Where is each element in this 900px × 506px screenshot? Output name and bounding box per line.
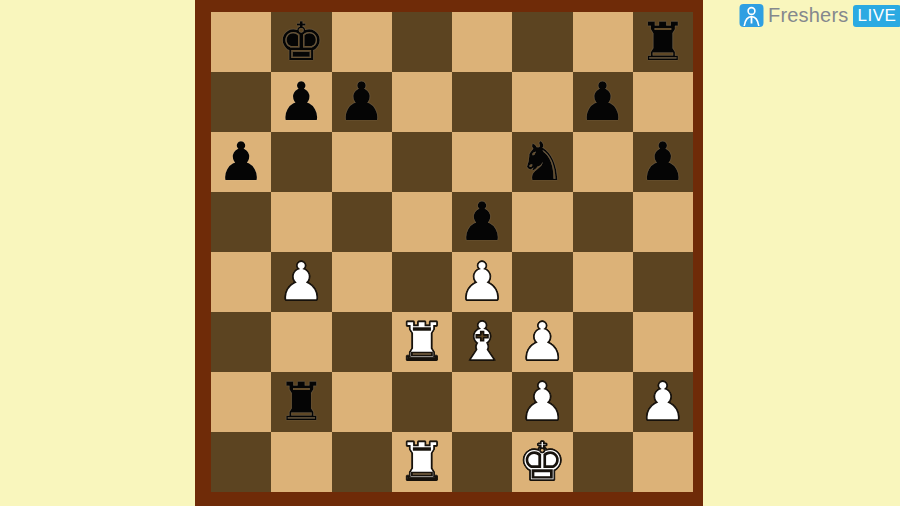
square-c5[interactable] <box>332 192 392 252</box>
square-f8[interactable] <box>512 12 572 72</box>
square-b4[interactable]: ♟ <box>271 252 331 312</box>
square-g5[interactable] <box>573 192 633 252</box>
black-king[interactable]: ♚ <box>278 12 326 72</box>
square-b5[interactable] <box>271 192 331 252</box>
square-b6[interactable] <box>271 132 331 192</box>
square-a4[interactable] <box>211 252 271 312</box>
white-pawn[interactable]: ♟ <box>519 312 567 372</box>
square-c2[interactable] <box>332 372 392 432</box>
square-b8[interactable]: ♚ <box>271 12 331 72</box>
square-b1[interactable] <box>271 432 331 492</box>
square-c7[interactable]: ♟ <box>332 72 392 132</box>
white-pawn[interactable]: ♟ <box>519 372 567 432</box>
square-a1[interactable] <box>211 432 271 492</box>
square-c3[interactable] <box>332 312 392 372</box>
square-h6[interactable]: ♟ <box>633 132 693 192</box>
square-b2[interactable]: ♜ <box>271 372 331 432</box>
square-c1[interactable] <box>332 432 392 492</box>
square-e3[interactable]: ♝ <box>452 312 512 372</box>
square-g6[interactable] <box>573 132 633 192</box>
square-g4[interactable] <box>573 252 633 312</box>
square-g2[interactable] <box>573 372 633 432</box>
square-g3[interactable] <box>573 312 633 372</box>
square-h4[interactable] <box>633 252 693 312</box>
square-e4[interactable]: ♟ <box>452 252 512 312</box>
square-a2[interactable] <box>211 372 271 432</box>
square-f3[interactable]: ♟ <box>512 312 572 372</box>
black-pawn[interactable]: ♟ <box>338 72 386 132</box>
logo-live-badge: LIVE <box>853 5 900 27</box>
square-b7[interactable]: ♟ <box>271 72 331 132</box>
white-pawn[interactable]: ♟ <box>278 252 326 312</box>
black-pawn[interactable]: ♟ <box>458 192 506 252</box>
white-bishop[interactable]: ♝ <box>458 312 506 372</box>
white-king[interactable]: ♚ <box>519 432 567 492</box>
white-pawn[interactable]: ♟ <box>458 252 506 312</box>
freshers-person-icon <box>739 3 764 28</box>
square-c8[interactable] <box>332 12 392 72</box>
square-f7[interactable] <box>512 72 572 132</box>
black-pawn[interactable]: ♟ <box>278 72 326 132</box>
square-f5[interactable] <box>512 192 572 252</box>
square-g8[interactable] <box>573 12 633 72</box>
freshers-live-logo: Freshers LIVE <box>739 3 900 28</box>
square-e7[interactable] <box>452 72 512 132</box>
square-e5[interactable]: ♟ <box>452 192 512 252</box>
square-a3[interactable] <box>211 312 271 372</box>
square-h2[interactable]: ♟ <box>633 372 693 432</box>
black-rook[interactable]: ♜ <box>639 12 687 72</box>
square-a8[interactable] <box>211 12 271 72</box>
logo-brand-text: Freshers <box>768 3 849 28</box>
square-a5[interactable] <box>211 192 271 252</box>
square-g7[interactable]: ♟ <box>573 72 633 132</box>
square-h5[interactable] <box>633 192 693 252</box>
square-d8[interactable] <box>392 12 452 72</box>
square-d1[interactable]: ♜ <box>392 432 452 492</box>
square-e8[interactable] <box>452 12 512 72</box>
square-d4[interactable] <box>392 252 452 312</box>
square-a6[interactable]: ♟ <box>211 132 271 192</box>
square-g1[interactable] <box>573 432 633 492</box>
black-pawn[interactable]: ♟ <box>579 72 627 132</box>
square-h8[interactable]: ♜ <box>633 12 693 72</box>
black-pawn[interactable]: ♟ <box>639 132 687 192</box>
square-f1[interactable]: ♚ <box>512 432 572 492</box>
square-e6[interactable] <box>452 132 512 192</box>
square-d6[interactable] <box>392 132 452 192</box>
square-e2[interactable] <box>452 372 512 432</box>
black-knight[interactable]: ♞ <box>519 132 567 192</box>
square-d7[interactable] <box>392 72 452 132</box>
square-b3[interactable] <box>271 312 331 372</box>
white-rook[interactable]: ♜ <box>398 432 446 492</box>
white-pawn[interactable]: ♟ <box>639 372 687 432</box>
chess-board: ♚♜♟♟♟♟♞♟♟♟♟♜♝♟♜♟♟♜♚ <box>211 12 693 492</box>
square-c6[interactable] <box>332 132 392 192</box>
square-h3[interactable] <box>633 312 693 372</box>
square-f6[interactable]: ♞ <box>512 132 572 192</box>
square-e1[interactable] <box>452 432 512 492</box>
square-d3[interactable]: ♜ <box>392 312 452 372</box>
square-c4[interactable] <box>332 252 392 312</box>
square-h7[interactable] <box>633 72 693 132</box>
square-f2[interactable]: ♟ <box>512 372 572 432</box>
white-rook[interactable]: ♜ <box>398 312 446 372</box>
square-f4[interactable] <box>512 252 572 312</box>
black-rook[interactable]: ♜ <box>278 372 326 432</box>
square-d2[interactable] <box>392 372 452 432</box>
square-a7[interactable] <box>211 72 271 132</box>
black-pawn[interactable]: ♟ <box>217 132 265 192</box>
chess-board-frame: ♚♜♟♟♟♟♞♟♟♟♟♜♝♟♜♟♟♜♚ <box>195 0 703 506</box>
square-h1[interactable] <box>633 432 693 492</box>
square-d5[interactable] <box>392 192 452 252</box>
